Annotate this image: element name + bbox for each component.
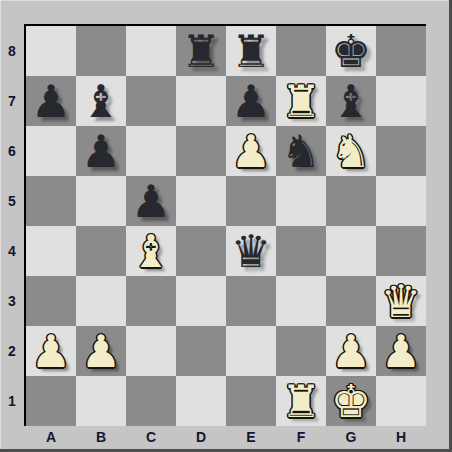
file-label-a: A xyxy=(26,427,76,449)
rank-labels: 87654321 xyxy=(0,26,24,426)
square-b2[interactable]: ♟ xyxy=(76,326,126,376)
square-g1[interactable]: ♚ xyxy=(326,376,376,426)
square-a5[interactable] xyxy=(26,176,76,226)
rank-label-4: 4 xyxy=(0,226,24,276)
square-d2[interactable] xyxy=(176,326,226,376)
rank-label-1: 1 xyxy=(0,376,24,426)
square-c8[interactable] xyxy=(126,26,176,76)
rank-label-5: 5 xyxy=(0,176,24,226)
square-a4[interactable] xyxy=(26,226,76,276)
square-d6[interactable] xyxy=(176,126,226,176)
square-a2[interactable]: ♟ xyxy=(26,326,76,376)
square-h4[interactable] xyxy=(376,226,426,276)
square-c1[interactable] xyxy=(126,376,176,426)
black-pawn: ♟ xyxy=(226,76,276,126)
square-a7[interactable]: ♟ xyxy=(26,76,76,126)
square-e7[interactable]: ♟ xyxy=(226,76,276,126)
file-label-c: C xyxy=(126,427,176,449)
board-frame: 87654321 ♜♜♚♟♝♟♜♝♟♟♞♞♟♝♛♛♟♟♟♟♜♚ ABCDEFGH xyxy=(0,0,452,452)
rank-label-7: 7 xyxy=(0,76,24,126)
black-pawn: ♟ xyxy=(126,176,176,226)
square-f1[interactable]: ♜ xyxy=(276,376,326,426)
square-d1[interactable] xyxy=(176,376,226,426)
square-c5[interactable]: ♟ xyxy=(126,176,176,226)
rank-label-6: 6 xyxy=(0,126,24,176)
square-b3[interactable] xyxy=(76,276,126,326)
square-e8[interactable]: ♜ xyxy=(226,26,276,76)
square-f2[interactable] xyxy=(276,326,326,376)
square-f3[interactable] xyxy=(276,276,326,326)
square-f4[interactable] xyxy=(276,226,326,276)
file-label-d: D xyxy=(176,427,226,449)
square-e2[interactable] xyxy=(226,326,276,376)
square-b7[interactable]: ♝ xyxy=(76,76,126,126)
black-bishop: ♝ xyxy=(76,76,126,126)
white-bishop: ♝ xyxy=(126,226,176,276)
square-b8[interactable] xyxy=(76,26,126,76)
square-g5[interactable] xyxy=(326,176,376,226)
file-label-b: B xyxy=(76,427,126,449)
file-label-f: F xyxy=(276,427,326,449)
white-knight: ♞ xyxy=(326,126,376,176)
square-h7[interactable] xyxy=(376,76,426,126)
square-g8[interactable]: ♚ xyxy=(326,26,376,76)
square-c6[interactable] xyxy=(126,126,176,176)
black-rook: ♜ xyxy=(176,26,226,76)
white-pawn: ♟ xyxy=(26,326,76,376)
square-b6[interactable]: ♟ xyxy=(76,126,126,176)
black-pawn: ♟ xyxy=(26,76,76,126)
square-d8[interactable]: ♜ xyxy=(176,26,226,76)
square-a8[interactable] xyxy=(26,26,76,76)
square-h8[interactable] xyxy=(376,26,426,76)
square-g7[interactable]: ♝ xyxy=(326,76,376,126)
white-rook: ♜ xyxy=(276,376,326,426)
square-e4[interactable]: ♛ xyxy=(226,226,276,276)
white-queen: ♛ xyxy=(376,276,426,326)
square-a6[interactable] xyxy=(26,126,76,176)
square-c3[interactable] xyxy=(126,276,176,326)
file-labels: ABCDEFGH xyxy=(26,427,426,449)
square-h1[interactable] xyxy=(376,376,426,426)
square-a1[interactable] xyxy=(26,376,76,426)
square-g4[interactable] xyxy=(326,226,376,276)
white-rook: ♜ xyxy=(276,76,326,126)
square-g2[interactable]: ♟ xyxy=(326,326,376,376)
square-c7[interactable] xyxy=(126,76,176,126)
white-pawn: ♟ xyxy=(326,326,376,376)
square-e3[interactable] xyxy=(226,276,276,326)
square-d4[interactable] xyxy=(176,226,226,276)
white-pawn: ♟ xyxy=(76,326,126,376)
rank-label-2: 2 xyxy=(0,326,24,376)
square-f8[interactable] xyxy=(276,26,326,76)
square-g3[interactable] xyxy=(326,276,376,326)
square-h3[interactable]: ♛ xyxy=(376,276,426,326)
rank-label-3: 3 xyxy=(0,276,24,326)
black-knight: ♞ xyxy=(276,126,326,176)
rank-label-8: 8 xyxy=(0,26,24,76)
black-pawn: ♟ xyxy=(76,126,126,176)
square-b4[interactable] xyxy=(76,226,126,276)
black-bishop: ♝ xyxy=(326,76,376,126)
square-d3[interactable] xyxy=(176,276,226,326)
square-b5[interactable] xyxy=(76,176,126,226)
square-d7[interactable] xyxy=(176,76,226,126)
black-king: ♚ xyxy=(326,26,376,76)
file-label-h: H xyxy=(376,427,426,449)
square-g6[interactable]: ♞ xyxy=(326,126,376,176)
square-h2[interactable]: ♟ xyxy=(376,326,426,376)
square-c2[interactable] xyxy=(126,326,176,376)
square-e6[interactable]: ♟ xyxy=(226,126,276,176)
square-a3[interactable] xyxy=(26,276,76,326)
square-f6[interactable]: ♞ xyxy=(276,126,326,176)
square-c4[interactable]: ♝ xyxy=(126,226,176,276)
black-queen: ♛ xyxy=(226,226,276,276)
square-h6[interactable] xyxy=(376,126,426,176)
white-king: ♚ xyxy=(326,376,376,426)
square-f5[interactable] xyxy=(276,176,326,226)
board: ♜♜♚♟♝♟♜♝♟♟♞♞♟♝♛♛♟♟♟♟♜♚ xyxy=(24,24,426,426)
square-b1[interactable] xyxy=(76,376,126,426)
square-h5[interactable] xyxy=(376,176,426,226)
file-label-e: E xyxy=(226,427,276,449)
file-label-g: G xyxy=(326,427,376,449)
square-e5[interactable] xyxy=(226,176,276,226)
square-f7[interactable]: ♜ xyxy=(276,76,326,126)
white-pawn: ♟ xyxy=(376,326,426,376)
square-d5[interactable] xyxy=(176,176,226,226)
black-rook: ♜ xyxy=(226,26,276,76)
square-e1[interactable] xyxy=(226,376,276,426)
white-pawn: ♟ xyxy=(226,126,276,176)
